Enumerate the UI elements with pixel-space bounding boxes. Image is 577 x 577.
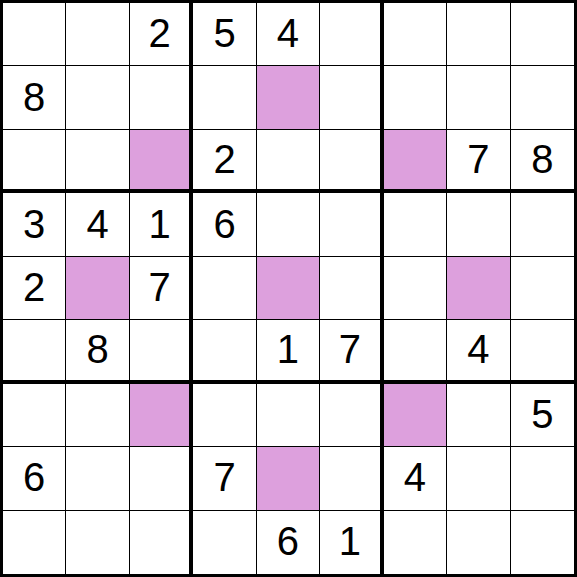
cell-r5c7[interactable] [384,257,447,320]
cell-r4c6[interactable] [320,193,383,256]
cell-r4c9[interactable] [511,193,574,256]
cell-r6c3[interactable] [130,320,193,383]
given-digit: 5 [531,394,553,434]
cell-r8c4[interactable]: 7 [193,447,256,510]
given-digit: 1 [339,521,361,561]
given-digit: 7 [339,329,361,369]
cell-r4c5[interactable] [257,193,320,256]
given-digit: 7 [467,139,489,179]
cell-r9c2[interactable] [66,511,129,574]
cell-r6c5[interactable]: 1 [257,320,320,383]
given-digit: 8 [87,329,109,369]
given-digit: 1 [277,329,299,369]
cell-r9c9[interactable] [511,511,574,574]
cell-r5c1[interactable]: 2 [3,257,66,320]
cell-r4c4[interactable]: 6 [193,193,256,256]
cell-r8c5[interactable] [257,447,320,510]
given-digit: 4 [467,329,489,369]
cell-r1c6[interactable] [320,3,383,66]
cell-r1c9[interactable] [511,3,574,66]
cell-r3c9[interactable]: 8 [511,130,574,193]
cell-r2c7[interactable] [384,66,447,129]
given-digit: 3 [23,204,45,244]
cell-r2c5[interactable] [257,66,320,129]
cell-r3c6[interactable] [320,130,383,193]
cell-r4c1[interactable]: 3 [3,193,66,256]
cell-r4c7[interactable] [384,193,447,256]
cell-r6c8[interactable]: 4 [447,320,510,383]
cell-r8c2[interactable] [66,447,129,510]
given-digit: 7 [148,267,170,307]
given-digit: 5 [213,13,235,53]
cell-r1c2[interactable] [66,3,129,66]
given-digit: 2 [148,13,170,53]
cell-r5c6[interactable] [320,257,383,320]
cell-r5c2[interactable] [66,257,129,320]
cell-r7c7[interactable] [384,384,447,447]
cell-r2c4[interactable] [193,66,256,129]
cell-r6c7[interactable] [384,320,447,383]
cell-r1c5[interactable]: 4 [257,3,320,66]
cell-r1c1[interactable] [3,3,66,66]
given-digit: 2 [23,267,45,307]
given-digit: 6 [23,457,45,497]
given-digit: 6 [277,521,299,561]
cell-r2c9[interactable] [511,66,574,129]
cell-r3c3[interactable] [130,130,193,193]
cell-r5c5[interactable] [257,257,320,320]
cell-r3c8[interactable]: 7 [447,130,510,193]
cell-r2c8[interactable] [447,66,510,129]
cell-r7c1[interactable] [3,384,66,447]
given-digit: 8 [531,139,553,179]
cell-r7c4[interactable] [193,384,256,447]
cell-r9c4[interactable] [193,511,256,574]
cell-r8c9[interactable] [511,447,574,510]
cell-r7c2[interactable] [66,384,129,447]
cell-r2c2[interactable] [66,66,129,129]
cell-r3c1[interactable] [3,130,66,193]
cell-r6c2[interactable]: 8 [66,320,129,383]
cell-r7c9[interactable]: 5 [511,384,574,447]
given-digit: 7 [213,457,235,497]
cell-r5c9[interactable] [511,257,574,320]
cell-r8c6[interactable] [320,447,383,510]
cell-r8c1[interactable]: 6 [3,447,66,510]
given-digit: 8 [23,77,45,117]
cell-r4c2[interactable]: 4 [66,193,129,256]
cell-r1c3[interactable]: 2 [130,3,193,66]
cell-r5c8[interactable] [447,257,510,320]
cell-r2c1[interactable]: 8 [3,66,66,129]
cell-r7c5[interactable] [257,384,320,447]
cell-r4c8[interactable] [447,193,510,256]
cell-r7c8[interactable] [447,384,510,447]
cell-r7c3[interactable] [130,384,193,447]
sudoku-grid: 25482783416278174567461 [0,0,577,577]
cell-r3c5[interactable] [257,130,320,193]
cell-r9c5[interactable]: 6 [257,511,320,574]
cell-r3c2[interactable] [66,130,129,193]
given-digit: 4 [87,204,109,244]
cell-r9c3[interactable] [130,511,193,574]
cell-r1c7[interactable] [384,3,447,66]
cell-r1c8[interactable] [447,3,510,66]
cell-r3c7[interactable] [384,130,447,193]
cell-r9c1[interactable] [3,511,66,574]
cell-r6c6[interactable]: 7 [320,320,383,383]
cell-r5c3[interactable]: 7 [130,257,193,320]
cell-r7c6[interactable] [320,384,383,447]
given-digit: 2 [213,139,235,179]
cell-r3c4[interactable]: 2 [193,130,256,193]
given-digit: 4 [404,457,426,497]
cell-r6c1[interactable] [3,320,66,383]
cell-r4c3[interactable]: 1 [130,193,193,256]
cell-r1c4[interactable]: 5 [193,3,256,66]
cell-r9c6[interactable]: 1 [320,511,383,574]
cell-r2c6[interactable] [320,66,383,129]
given-digit: 4 [277,13,299,53]
cell-r6c9[interactable] [511,320,574,383]
cell-r9c8[interactable] [447,511,510,574]
cell-r6c4[interactable] [193,320,256,383]
cell-r5c4[interactable] [193,257,256,320]
cell-r9c7[interactable] [384,511,447,574]
given-digit: 1 [148,204,170,244]
sudoku-board: 25482783416278174567461 [0,0,577,577]
cell-r8c8[interactable] [447,447,510,510]
cell-r2c3[interactable] [130,66,193,129]
given-digit: 6 [213,204,235,244]
cell-r8c3[interactable] [130,447,193,510]
cell-r8c7[interactable]: 4 [384,447,447,510]
